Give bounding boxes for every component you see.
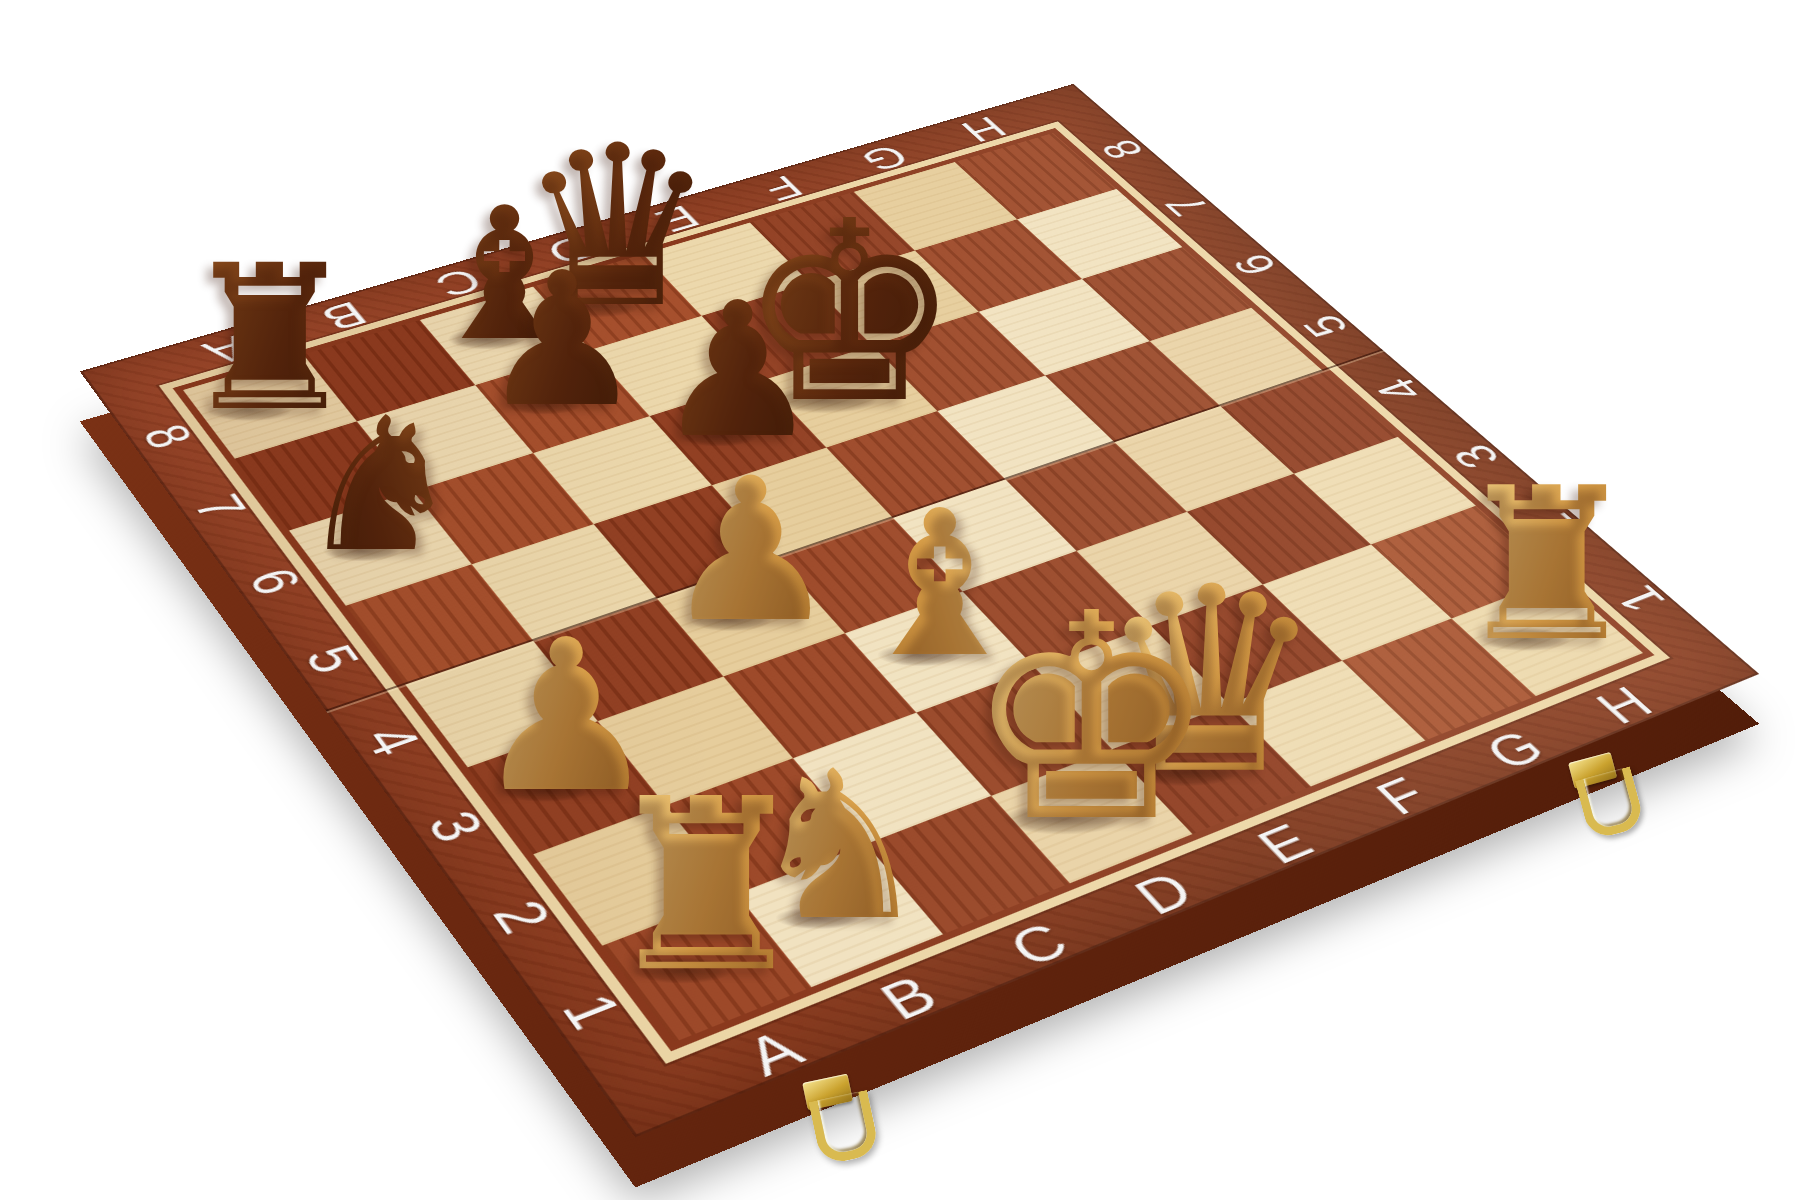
rank-label-left-3: 3	[411, 802, 500, 851]
chess-board: AA88BB77CC66DD55EE44FF33GG22HH11	[80, 84, 1759, 1138]
rank-label-left-8: 8	[128, 417, 208, 455]
rank-label-right-5: 5	[1290, 309, 1362, 343]
rank-label-right-4: 4	[1363, 372, 1437, 408]
rank-label-right-1: 1	[1601, 579, 1679, 620]
rank-label-left-6: 6	[233, 561, 317, 603]
file-label-top-C: C	[426, 261, 493, 305]
rank-label-left-5: 5	[290, 637, 375, 681]
rank-label-left-2: 2	[477, 891, 569, 943]
file-label-bottom-F: F	[1363, 767, 1442, 826]
file-label-top-D: D	[537, 229, 604, 272]
rank-label-left-7: 7	[179, 487, 261, 527]
rank-label-left-4: 4	[349, 718, 436, 764]
file-label-top-F: F	[753, 168, 814, 208]
product-photo-scene: AA88BB77CC66DD55EE44FF33GG22HH11 ♛♝♚♟♜♟♞…	[0, 0, 1804, 1200]
rank-label-right-8: 8	[1088, 135, 1156, 165]
file-label-top-E: E	[646, 198, 710, 239]
rank-label-right-3: 3	[1439, 438, 1514, 475]
rank-label-right-2: 2	[1518, 507, 1594, 546]
file-label-top-B: B	[313, 294, 377, 339]
rank-label-right-6: 6	[1220, 248, 1291, 281]
file-label-top-A: A	[195, 328, 259, 374]
rank-label-left-1: 1	[545, 984, 639, 1039]
playing-area	[183, 133, 1643, 1042]
file-label-top-H: H	[951, 110, 1016, 149]
rank-label-right-7: 7	[1152, 190, 1222, 221]
file-label-top-G: G	[851, 138, 919, 179]
